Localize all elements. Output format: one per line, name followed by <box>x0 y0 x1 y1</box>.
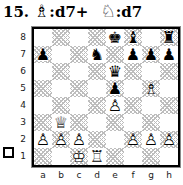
chess-diagram-page: 15. ♗ :d7+ ♘ :d7 8 7 6 5 4 3 2 1 ♚♝♜♟♞♟♟… <box>0 0 183 185</box>
white-rook: ♜♖ <box>88 148 106 165</box>
move-number: 15. <box>3 3 29 21</box>
square-f2: ♟♙ <box>124 131 142 148</box>
file-label-b: b <box>52 170 70 181</box>
square-a3 <box>34 114 52 131</box>
square-h4 <box>160 97 178 114</box>
square-g6 <box>142 63 160 80</box>
square-h5 <box>160 80 178 97</box>
white-move-text: :d7+ <box>49 3 88 21</box>
square-c1: ♚♔ <box>70 148 88 165</box>
white-pawn: ♟♙ <box>70 131 88 148</box>
square-f5 <box>124 80 142 97</box>
square-b2: ♟♙ <box>52 131 70 148</box>
square-b3: ♛♕ <box>52 114 70 131</box>
square-c8 <box>70 29 88 46</box>
rank-label-4: 4 <box>14 97 26 114</box>
square-e8: ♚ <box>106 29 124 46</box>
file-label-d: d <box>88 170 106 181</box>
square-h8: ♜ <box>160 29 178 46</box>
square-c6 <box>70 63 88 80</box>
chess-board: ♚♝♜♟♞♟♟♟♛♟♝♗♟♙♛♕♟♙♟♙♟♙♟♙♟♙♟♙♚♔♜♖ <box>34 29 178 165</box>
white-knight-figurine-icon: ♘ <box>100 3 115 20</box>
square-f1 <box>124 148 142 165</box>
white-bishop: ♝♗ <box>142 80 160 97</box>
board-border: ♚♝♜♟♞♟♟♟♛♟♝♗♟♙♛♕♟♙♟♙♟♙♟♙♟♙♟♙♚♔♜♖ <box>32 27 180 167</box>
square-d3 <box>88 114 106 131</box>
square-b6 <box>52 63 70 80</box>
square-c7 <box>70 46 88 63</box>
rank-label-2: 2 <box>14 131 26 148</box>
rank-label-7: 7 <box>14 46 26 63</box>
square-h6 <box>160 63 178 80</box>
white-to-move-indicator <box>3 147 14 158</box>
rank-label-8: 8 <box>14 29 26 46</box>
square-f6 <box>124 63 142 80</box>
square-a6 <box>34 63 52 80</box>
black-king: ♚ <box>106 29 124 46</box>
white-pawn: ♟♙ <box>160 131 178 148</box>
square-b8 <box>52 29 70 46</box>
square-e6: ♛ <box>106 63 124 80</box>
square-g1 <box>142 148 160 165</box>
square-h2: ♟♙ <box>160 131 178 148</box>
black-queen: ♛ <box>106 63 124 80</box>
square-a5 <box>34 80 52 97</box>
square-a8 <box>34 29 52 46</box>
square-c5 <box>70 80 88 97</box>
white-king: ♚♔ <box>70 148 88 165</box>
square-e3 <box>106 114 124 131</box>
square-h3 <box>160 114 178 131</box>
square-b4 <box>52 97 70 114</box>
square-b7 <box>52 46 70 63</box>
white-bishop-figurine-icon: ♗ <box>34 3 49 20</box>
rank-label-1: 1 <box>14 148 26 165</box>
square-e7 <box>106 46 124 63</box>
square-d5 <box>88 80 106 97</box>
square-g3 <box>142 114 160 131</box>
square-f3 <box>124 114 142 131</box>
square-c2: ♟♙ <box>70 131 88 148</box>
rank-label-5: 5 <box>14 80 26 97</box>
square-f8: ♝ <box>124 29 142 46</box>
square-e5: ♟ <box>106 80 124 97</box>
file-label-c: c <box>70 170 88 181</box>
rank-label-6: 6 <box>14 63 26 80</box>
black-pawn: ♟ <box>34 46 52 63</box>
white-pawn: ♟♙ <box>34 131 52 148</box>
square-g7: ♟ <box>142 46 160 63</box>
file-label-f: f <box>124 170 142 181</box>
square-a1 <box>34 148 52 165</box>
square-b5 <box>52 80 70 97</box>
black-pawn: ♟ <box>160 46 178 63</box>
square-d1: ♜♖ <box>88 148 106 165</box>
square-c4 <box>70 97 88 114</box>
white-pawn: ♟♙ <box>142 131 160 148</box>
black-knight: ♞ <box>88 46 106 63</box>
square-a7: ♟ <box>34 46 52 63</box>
square-d7: ♞ <box>88 46 106 63</box>
square-b1 <box>52 148 70 165</box>
black-pawn: ♟ <box>124 46 142 63</box>
black-pawn: ♟ <box>106 80 124 97</box>
square-d6 <box>88 63 106 80</box>
rank-labels: 8 7 6 5 4 3 2 1 <box>14 29 26 165</box>
square-g8 <box>142 29 160 46</box>
square-h1 <box>160 148 178 165</box>
black-rook: ♜ <box>160 29 178 46</box>
square-f4 <box>124 97 142 114</box>
white-queen: ♛♕ <box>52 114 70 131</box>
square-e2 <box>106 131 124 148</box>
file-label-h: h <box>160 170 178 181</box>
square-d8 <box>88 29 106 46</box>
square-h7: ♟ <box>160 46 178 63</box>
black-bishop: ♝ <box>124 29 142 46</box>
move-annotation: 15. ♗ :d7+ ♘ :d7 <box>3 1 142 23</box>
square-e1 <box>106 148 124 165</box>
file-label-e: e <box>106 170 124 181</box>
square-d2 <box>88 131 106 148</box>
square-d4 <box>88 97 106 114</box>
white-pawn: ♟♙ <box>52 131 70 148</box>
square-a4 <box>34 97 52 114</box>
file-label-g: g <box>142 170 160 181</box>
square-g4 <box>142 97 160 114</box>
square-g5: ♝♗ <box>142 80 160 97</box>
white-pawn: ♟♙ <box>106 97 124 114</box>
board-frame: ♚♝♜♟♞♟♟♟♛♟♝♗♟♙♛♕♟♙♟♙♟♙♟♙♟♙♟♙♚♔♜♖ <box>31 26 181 168</box>
white-pawn: ♟♙ <box>124 131 142 148</box>
file-labels: a b c d e f g h <box>34 170 178 181</box>
black-move-text: :d7 <box>116 3 142 21</box>
square-e4: ♟♙ <box>106 97 124 114</box>
black-pawn: ♟ <box>142 46 160 63</box>
square-a2: ♟♙ <box>34 131 52 148</box>
file-label-a: a <box>34 170 52 181</box>
square-f7: ♟ <box>124 46 142 63</box>
square-g2: ♟♙ <box>142 131 160 148</box>
rank-label-3: 3 <box>14 114 26 131</box>
square-c3 <box>70 114 88 131</box>
